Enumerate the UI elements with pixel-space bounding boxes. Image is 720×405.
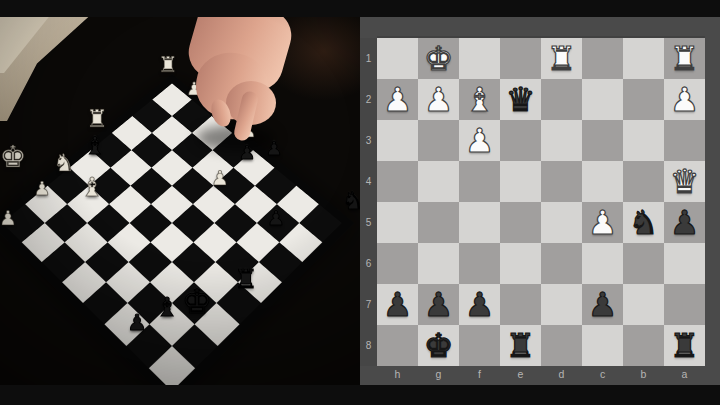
black-pawn-h7: ♟ [383,288,413,321]
square-e4 [500,161,541,202]
square-h6 [377,243,418,284]
square-d6 [541,243,582,284]
square-f3: ♟ [459,120,500,161]
file-label-d: d [541,366,582,385]
video-frame: ♜♟♜♚♞♟♝♟♟♟♝♟♟♟♞♜♝♚♟ 12345678 ♚♜♜♟♟♝♛♟♟♛♟… [0,0,720,405]
square-b5: ♞ [623,202,664,243]
square-g4 [418,161,459,202]
square-a7 [664,284,705,325]
photo-black-knight: ♞ [342,189,360,213]
square-f2: ♝ [459,79,500,120]
file-label-f: f [459,366,500,385]
black-rook-a8: ♜ [670,329,700,362]
square-h1 [377,38,418,79]
square-c6 [582,243,623,284]
black-pawn-c7: ♟ [588,288,618,321]
square-d7 [541,284,582,325]
white-queen-a4: ♛ [670,165,700,198]
square-g1: ♚ [418,38,459,79]
square-d5 [541,202,582,243]
black-king-g8: ♚ [424,329,454,362]
white-rook-a1: ♜ [670,42,700,75]
rank-label-8: 8 [360,325,377,366]
square-f6 [459,243,500,284]
black-queen-e2: ♛ [506,83,536,116]
square-a3 [664,120,705,161]
square-f1 [459,38,500,79]
file-label-e: e [500,366,541,385]
square-g6 [418,243,459,284]
square-d1: ♜ [541,38,582,79]
square-c8 [582,325,623,366]
square-h8 [377,325,418,366]
square-b7 [623,284,664,325]
black-pawn-g7: ♟ [424,288,454,321]
square-h7: ♟ [377,284,418,325]
square-e6 [500,243,541,284]
square-b6 [623,243,664,284]
square-c2 [582,79,623,120]
square-c1 [582,38,623,79]
square-a1: ♜ [664,38,705,79]
diagram-board: ♚♜♜♟♟♝♛♟♟♛♟♞♟♟♟♟♟♚♜♜ [377,38,705,366]
square-d3 [541,120,582,161]
square-a6 [664,243,705,284]
white-pawn-c5: ♟ [588,206,618,239]
square-h3 [377,120,418,161]
square-f8 [459,325,500,366]
white-pawn-a2: ♟ [670,83,700,116]
file-labels: hgfedcba [377,366,705,385]
square-b3 [623,120,664,161]
file-label-c: c [582,366,623,385]
black-knight-b5: ♞ [629,206,659,239]
white-pawn-h2: ♟ [383,83,413,116]
file-label-h: h [377,366,418,385]
white-pawn-g2: ♟ [424,83,454,116]
square-c3 [582,120,623,161]
diagram-panel: 12345678 ♚♜♜♟♟♝♛♟♟♛♟♞♟♟♟♟♟♚♜♜ hgfedcba [360,17,720,385]
square-g3 [418,120,459,161]
square-e3 [500,120,541,161]
square-b2 [623,79,664,120]
square-h4 [377,161,418,202]
square-c7: ♟ [582,284,623,325]
physical-board-squares [2,83,341,385]
rank-label-5: 5 [360,202,377,243]
file-label-g: g [418,366,459,385]
square-d4 [541,161,582,202]
square-d2 [541,79,582,120]
square-e2: ♛ [500,79,541,120]
square-a5: ♟ [664,202,705,243]
square-g5 [418,202,459,243]
square-a4: ♛ [664,161,705,202]
physical-board-photo: ♜♟♜♚♞♟♝♟♟♟♝♟♟♟♞♜♝♚♟ [0,17,360,385]
square-h5 [377,202,418,243]
square-h2: ♟ [377,79,418,120]
black-pawn-a5: ♟ [670,206,700,239]
square-g2: ♟ [418,79,459,120]
square-c4 [582,161,623,202]
photo-white-rook: ♜ [158,54,178,76]
square-b1 [623,38,664,79]
square-d8 [541,325,582,366]
square-b4 [623,161,664,202]
file-label-a: a [664,366,705,385]
square-g8: ♚ [418,325,459,366]
rank-label-2: 2 [360,79,377,120]
square-f4 [459,161,500,202]
rank-label-7: 7 [360,284,377,325]
square-e5 [500,202,541,243]
square-a2: ♟ [664,79,705,120]
square-f5 [459,202,500,243]
square-a8: ♜ [664,325,705,366]
square-g7: ♟ [418,284,459,325]
square-b8 [623,325,664,366]
square-e1 [500,38,541,79]
square-c5: ♟ [582,202,623,243]
physical-chess-board [0,74,354,385]
rank-label-6: 6 [360,243,377,284]
photo-white-king: ♚ [0,142,26,172]
white-bishop-f2: ♝ [465,83,495,116]
rank-label-4: 4 [360,161,377,202]
rank-label-1: 1 [360,38,377,79]
rank-labels: 12345678 [360,38,377,366]
file-label-b: b [623,366,664,385]
white-king-g1: ♚ [424,42,454,75]
square-e8: ♜ [500,325,541,366]
black-rook-e8: ♜ [506,329,536,362]
square-e7 [500,284,541,325]
black-pawn-f7: ♟ [465,288,495,321]
rank-label-3: 3 [360,120,377,161]
square-f7: ♟ [459,284,500,325]
white-pawn-f3: ♟ [465,124,495,157]
white-rook-d1: ♜ [547,42,577,75]
